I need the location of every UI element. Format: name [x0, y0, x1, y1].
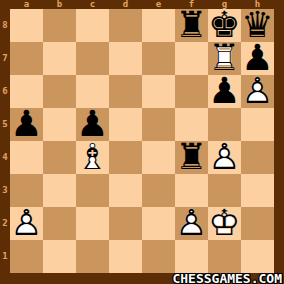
rank-label-5: 5 [0, 108, 10, 141]
white-bishop-outline-icon: ♗ [76, 141, 109, 174]
site-label: CHESSGAMES.COM [172, 272, 282, 284]
piece-white-pawn[interactable]: ♟♙ [10, 207, 43, 240]
file-label-e: e [142, 0, 175, 9]
board-frame: abcdefgh 87654321 ♜♚♛♜♖♟♟♟♙♟♟♝♗♜♟♙♟♙♟♙♚♔… [0, 0, 284, 284]
square-h2[interactable] [241, 207, 274, 240]
rank-label-1: 1 [0, 240, 10, 273]
square-b6[interactable] [43, 75, 76, 108]
square-f4[interactable]: ♜ [175, 141, 208, 174]
square-h4[interactable] [241, 141, 274, 174]
square-b7[interactable] [43, 42, 76, 75]
square-e2[interactable] [142, 207, 175, 240]
square-e1[interactable] [142, 240, 175, 273]
piece-white-king[interactable]: ♚♔ [208, 207, 241, 240]
rank-label-6: 6 [0, 75, 10, 108]
square-d7[interactable] [109, 42, 142, 75]
square-a2[interactable]: ♟♙ [10, 207, 43, 240]
white-pawn-outline-icon: ♙ [10, 207, 43, 240]
piece-black-rook[interactable]: ♜ [175, 141, 208, 174]
square-c8[interactable] [76, 9, 109, 42]
piece-black-pawn[interactable]: ♟ [10, 108, 43, 141]
square-h6[interactable]: ♟♙ [241, 75, 274, 108]
rank-label-4: 4 [0, 141, 10, 174]
square-c2[interactable] [76, 207, 109, 240]
square-g1[interactable] [208, 240, 241, 273]
square-a4[interactable] [10, 141, 43, 174]
black-rook-icon: ♜ [175, 141, 208, 174]
square-e6[interactable] [142, 75, 175, 108]
file-label-a: a [10, 0, 43, 9]
square-a7[interactable] [10, 42, 43, 75]
square-d6[interactable] [109, 75, 142, 108]
square-d5[interactable] [109, 108, 142, 141]
square-f8[interactable]: ♜ [175, 9, 208, 42]
square-c4[interactable]: ♝♗ [76, 141, 109, 174]
square-b5[interactable] [43, 108, 76, 141]
square-d8[interactable] [109, 9, 142, 42]
piece-white-pawn[interactable]: ♟♙ [241, 75, 274, 108]
piece-white-pawn[interactable]: ♟♙ [175, 207, 208, 240]
rank-label-3: 3 [0, 174, 10, 207]
black-pawn-icon: ♟ [208, 75, 241, 108]
square-f2[interactable]: ♟♙ [175, 207, 208, 240]
square-b3[interactable] [43, 174, 76, 207]
rank-label-8: 8 [0, 9, 10, 42]
file-label-c: c [76, 0, 109, 9]
piece-black-rook[interactable]: ♜ [175, 9, 208, 42]
square-b8[interactable] [43, 9, 76, 42]
square-c1[interactable] [76, 240, 109, 273]
rank-labels: 87654321 [0, 9, 10, 273]
square-a8[interactable] [10, 9, 43, 42]
square-b4[interactable] [43, 141, 76, 174]
square-d3[interactable] [109, 174, 142, 207]
piece-black-pawn[interactable]: ♟ [208, 75, 241, 108]
file-label-b: b [43, 0, 76, 9]
square-b2[interactable] [43, 207, 76, 240]
chess-board: ♜♚♛♜♖♟♟♟♙♟♟♝♗♜♟♙♟♙♟♙♚♔ [10, 9, 274, 273]
square-h1[interactable] [241, 240, 274, 273]
rank-label-2: 2 [0, 207, 10, 240]
piece-white-pawn[interactable]: ♟♙ [208, 141, 241, 174]
black-rook-icon: ♜ [175, 9, 208, 42]
square-d4[interactable] [109, 141, 142, 174]
white-king-outline-icon: ♔ [208, 207, 241, 240]
square-e8[interactable] [142, 9, 175, 42]
square-f1[interactable] [175, 240, 208, 273]
square-a5[interactable]: ♟ [10, 108, 43, 141]
square-e3[interactable] [142, 174, 175, 207]
square-d1[interactable] [109, 240, 142, 273]
white-pawn-outline-icon: ♙ [175, 207, 208, 240]
square-f6[interactable] [175, 75, 208, 108]
rank-label-7: 7 [0, 42, 10, 75]
square-c3[interactable] [76, 174, 109, 207]
square-h3[interactable] [241, 174, 274, 207]
square-f7[interactable] [175, 42, 208, 75]
square-e5[interactable] [142, 108, 175, 141]
black-pawn-icon: ♟ [10, 108, 43, 141]
square-g6[interactable]: ♟ [208, 75, 241, 108]
file-label-d: d [109, 0, 142, 9]
white-pawn-outline-icon: ♙ [208, 141, 241, 174]
square-g2[interactable]: ♚♔ [208, 207, 241, 240]
piece-white-bishop[interactable]: ♝♗ [76, 141, 109, 174]
square-e7[interactable] [142, 42, 175, 75]
square-g4[interactable]: ♟♙ [208, 141, 241, 174]
square-c7[interactable] [76, 42, 109, 75]
square-h5[interactable] [241, 108, 274, 141]
square-b1[interactable] [43, 240, 76, 273]
square-a1[interactable] [10, 240, 43, 273]
square-d2[interactable] [109, 207, 142, 240]
white-pawn-outline-icon: ♙ [241, 75, 274, 108]
square-e4[interactable] [142, 141, 175, 174]
